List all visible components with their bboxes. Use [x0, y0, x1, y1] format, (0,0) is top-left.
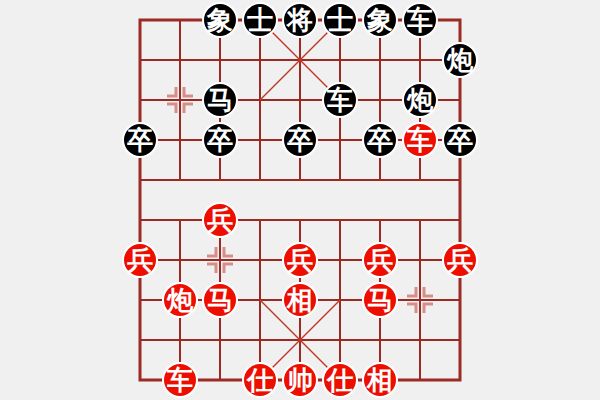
piece-red-elephant[interactable]: 相 [282, 282, 318, 318]
piece-black-elephant[interactable]: 象 [362, 2, 398, 38]
piece-red-cannon[interactable]: 炮 [162, 282, 198, 318]
piece-red-soldier[interactable]: 兵 [202, 202, 238, 238]
piece-black-chariot[interactable]: 车 [402, 2, 438, 38]
piece-black-elephant[interactable]: 象 [202, 2, 238, 38]
piece-black-soldier[interactable]: 卒 [202, 122, 238, 158]
piece-red-chariot[interactable]: 车 [162, 362, 198, 398]
xiangqi-game-view: 象士将士象车炮马车炮卒卒卒卒卒车兵兵兵兵兵炮马相马车仕帅仕相 [0, 0, 600, 400]
piece-red-soldier[interactable]: 兵 [442, 242, 478, 278]
piece-black-soldier[interactable]: 卒 [362, 122, 398, 158]
piece-black-horse[interactable]: 马 [202, 82, 238, 118]
piece-black-soldier[interactable]: 卒 [442, 122, 478, 158]
piece-red-chariot[interactable]: 车 [402, 122, 438, 158]
piece-red-horse[interactable]: 马 [362, 282, 398, 318]
piece-black-cannon[interactable]: 炮 [402, 82, 438, 118]
piece-black-chariot[interactable]: 车 [322, 82, 358, 118]
piece-red-soldier[interactable]: 兵 [282, 242, 318, 278]
piece-black-soldier[interactable]: 卒 [122, 122, 158, 158]
piece-red-soldier[interactable]: 兵 [122, 242, 158, 278]
piece-black-soldier[interactable]: 卒 [282, 122, 318, 158]
piece-black-advisor[interactable]: 士 [242, 2, 278, 38]
piece-black-advisor[interactable]: 士 [322, 2, 358, 38]
piece-red-advisor[interactable]: 仕 [242, 362, 278, 398]
pieces-layer: 象士将士象车炮马车炮卒卒卒卒卒车兵兵兵兵兵炮马相马车仕帅仕相 [0, 0, 600, 400]
piece-red-soldier[interactable]: 兵 [362, 242, 398, 278]
piece-red-horse[interactable]: 马 [202, 282, 238, 318]
piece-black-cannon[interactable]: 炮 [442, 42, 478, 78]
piece-red-elephant[interactable]: 相 [362, 362, 398, 398]
piece-red-general[interactable]: 帅 [282, 362, 318, 398]
piece-black-general[interactable]: 将 [282, 2, 318, 38]
piece-red-advisor[interactable]: 仕 [322, 362, 358, 398]
